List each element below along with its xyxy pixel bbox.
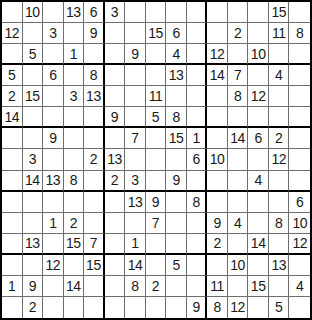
cell-r6c6[interactable]: 9 (105, 107, 126, 128)
cell-r7c7[interactable]: 7 (125, 128, 146, 149)
cell-r4c10[interactable] (187, 65, 208, 86)
cell-r6c4[interactable] (64, 107, 85, 128)
cell-r1c11[interactable] (207, 2, 228, 23)
cell-r10c4[interactable] (64, 192, 85, 213)
cell-r6c7[interactable] (125, 107, 146, 128)
cell-r1c1[interactable] (2, 2, 23, 23)
cell-r8c15[interactable] (289, 149, 310, 170)
cell-r1c6[interactable]: 3 (105, 2, 126, 23)
cell-r8c9[interactable] (166, 149, 187, 170)
cell-r9c3[interactable]: 13 (43, 171, 64, 192)
cell-r7c15[interactable] (289, 128, 310, 149)
cell-r6c11[interactable] (207, 107, 228, 128)
cell-r3c3[interactable] (43, 44, 64, 65)
cell-r5c15[interactable] (289, 86, 310, 107)
cell-r13c4[interactable] (64, 255, 85, 276)
cell-r10c8[interactable]: 9 (146, 192, 167, 213)
cell-r10c13[interactable] (248, 192, 269, 213)
cell-r9c10[interactable] (187, 171, 208, 192)
cell-r4c11[interactable]: 14 (207, 65, 228, 86)
cell-r1c5[interactable]: 6 (84, 2, 105, 23)
cell-r9c8[interactable] (146, 171, 167, 192)
cell-r12c9[interactable] (166, 234, 187, 255)
cell-r4c5[interactable]: 8 (84, 65, 105, 86)
cell-r11c7[interactable] (125, 213, 146, 234)
cell-r15c14[interactable]: 5 (269, 297, 290, 318)
cell-r3c6[interactable] (105, 44, 126, 65)
cell-r2c15[interactable]: 8 (289, 23, 310, 44)
cell-r2c14[interactable]: 11 (269, 23, 290, 44)
cell-r6c2[interactable] (23, 107, 44, 128)
cell-r9c9[interactable]: 9 (166, 171, 187, 192)
cell-r14c2[interactable]: 9 (23, 276, 44, 297)
cell-r15c12[interactable]: 12 (228, 297, 249, 318)
cell-r14c11[interactable]: 11 (207, 276, 228, 297)
cell-r11c10[interactable] (187, 213, 208, 234)
cell-r10c11[interactable] (207, 192, 228, 213)
cell-r14c8[interactable]: 2 (146, 276, 167, 297)
cell-r12c12[interactable] (228, 234, 249, 255)
cell-r9c14[interactable] (269, 171, 290, 192)
cell-r15c4[interactable] (64, 297, 85, 318)
cell-r8c2[interactable]: 3 (23, 149, 44, 170)
cell-r15c9[interactable] (166, 297, 187, 318)
cell-r13c7[interactable]: 14 (125, 255, 146, 276)
cell-r11c9[interactable] (166, 213, 187, 234)
cell-r4c6[interactable] (105, 65, 126, 86)
cell-r2c7[interactable] (125, 23, 146, 44)
cell-r7c1[interactable] (2, 128, 23, 149)
cell-r9c2[interactable]: 14 (23, 171, 44, 192)
cell-r4c14[interactable]: 4 (269, 65, 290, 86)
cell-r8c4[interactable] (64, 149, 85, 170)
cell-r9c1[interactable] (2, 171, 23, 192)
cell-r7c13[interactable]: 6 (248, 128, 269, 149)
cell-r3c14[interactable] (269, 44, 290, 65)
cell-r6c15[interactable] (289, 107, 310, 128)
cell-r2c9[interactable]: 6 (166, 23, 187, 44)
cell-r4c7[interactable] (125, 65, 146, 86)
cell-r12c7[interactable]: 1 (125, 234, 146, 255)
cell-r15c1[interactable] (2, 297, 23, 318)
cell-r12c1[interactable] (2, 234, 23, 255)
cell-r15c8[interactable] (146, 297, 167, 318)
cell-r15c2[interactable]: 2 (23, 297, 44, 318)
cell-r10c14[interactable] (269, 192, 290, 213)
cell-r6c10[interactable] (187, 107, 208, 128)
cell-r11c1[interactable] (2, 213, 23, 234)
cell-r5c3[interactable] (43, 86, 64, 107)
cell-r2c6[interactable] (105, 23, 126, 44)
cell-r15c3[interactable] (43, 297, 64, 318)
cell-r3c1[interactable] (2, 44, 23, 65)
cell-r12c11[interactable]: 2 (207, 234, 228, 255)
cell-r14c9[interactable] (166, 276, 187, 297)
cell-r9c7[interactable]: 3 (125, 171, 146, 192)
cell-r3c12[interactable] (228, 44, 249, 65)
cell-r10c12[interactable] (228, 192, 249, 213)
cell-r14c7[interactable]: 8 (125, 276, 146, 297)
cell-r3c11[interactable]: 12 (207, 44, 228, 65)
cell-r10c9[interactable] (166, 192, 187, 213)
cell-r7c12[interactable]: 14 (228, 128, 249, 149)
cell-r10c2[interactable] (23, 192, 44, 213)
cell-r5c13[interactable]: 12 (248, 86, 269, 107)
cell-r4c3[interactable]: 6 (43, 65, 64, 86)
cell-r3c2[interactable]: 5 (23, 44, 44, 65)
cell-r12c3[interactable] (43, 234, 64, 255)
cell-r11c5[interactable] (84, 213, 105, 234)
cell-r8c5[interactable]: 2 (84, 149, 105, 170)
page-background: 1013631512391562118519412105681314742153… (0, 0, 312, 320)
cell-r11c13[interactable] (248, 213, 269, 234)
cell-r8c7[interactable] (125, 149, 146, 170)
cell-r13c11[interactable] (207, 255, 228, 276)
cell-r5c11[interactable] (207, 86, 228, 107)
cell-r1c3[interactable] (43, 2, 64, 23)
cell-r14c14[interactable] (269, 276, 290, 297)
cell-r3c5[interactable] (84, 44, 105, 65)
cell-r12c2[interactable]: 13 (23, 234, 44, 255)
sudoku-board: 1013631512391562118519412105681314742153… (0, 0, 312, 320)
cell-r12c5[interactable]: 7 (84, 234, 105, 255)
cell-r12c4[interactable]: 15 (64, 234, 85, 255)
cell-r7c2[interactable] (23, 128, 44, 149)
cell-r9c4[interactable]: 8 (64, 171, 85, 192)
cell-r15c5[interactable] (84, 297, 105, 318)
cell-r8c1[interactable] (2, 149, 23, 170)
cell-r14c1[interactable]: 1 (2, 276, 23, 297)
cell-r6c3[interactable] (43, 107, 64, 128)
cell-r14c15[interactable]: 4 (289, 276, 310, 297)
cell-r1c7[interactable] (125, 2, 146, 23)
cell-r6c1[interactable]: 14 (2, 107, 23, 128)
cell-r7c3[interactable]: 9 (43, 128, 64, 149)
cell-r13c6[interactable] (105, 255, 126, 276)
cell-r2c1[interactable]: 12 (2, 23, 23, 44)
cell-r11c4[interactable]: 2 (64, 213, 85, 234)
cell-r1c10[interactable] (187, 2, 208, 23)
cell-r5c4[interactable]: 3 (64, 86, 85, 107)
cell-r14c5[interactable] (84, 276, 105, 297)
cell-r15c6[interactable] (105, 297, 126, 318)
cell-r7c10[interactable]: 1 (187, 128, 208, 149)
cell-r13c3[interactable]: 12 (43, 255, 64, 276)
cell-r8c12[interactable] (228, 149, 249, 170)
cell-r9c13[interactable]: 4 (248, 171, 269, 192)
cell-r5c10[interactable] (187, 86, 208, 107)
cell-r9c12[interactable] (228, 171, 249, 192)
cell-r2c10[interactable] (187, 23, 208, 44)
cell-r6c14[interactable] (269, 107, 290, 128)
cell-r4c9[interactable]: 13 (166, 65, 187, 86)
cell-r2c2[interactable] (23, 23, 44, 44)
cell-r4c1[interactable]: 5 (2, 65, 23, 86)
cell-r3c13[interactable]: 10 (248, 44, 269, 65)
cell-r4c4[interactable] (64, 65, 85, 86)
cell-r1c4[interactable]: 13 (64, 2, 85, 23)
cell-r13c2[interactable] (23, 255, 44, 276)
cell-r6c12[interactable] (228, 107, 249, 128)
cell-r2c5[interactable]: 9 (84, 23, 105, 44)
cell-r11c3[interactable]: 1 (43, 213, 64, 234)
cell-r10c15[interactable]: 6 (289, 192, 310, 213)
cell-r11c11[interactable]: 9 (207, 213, 228, 234)
cell-r1c14[interactable]: 15 (269, 2, 290, 23)
cell-r3c15[interactable] (289, 44, 310, 65)
cell-r13c15[interactable] (289, 255, 310, 276)
cell-r2c4[interactable] (64, 23, 85, 44)
cell-r5c12[interactable]: 8 (228, 86, 249, 107)
cell-r13c8[interactable] (146, 255, 167, 276)
cell-r1c15[interactable] (289, 2, 310, 23)
cell-r4c8[interactable] (146, 65, 167, 86)
cell-r12c13[interactable]: 14 (248, 234, 269, 255)
cell-r11c6[interactable] (105, 213, 126, 234)
cell-r14c6[interactable] (105, 276, 126, 297)
cell-r1c8[interactable] (146, 2, 167, 23)
cell-r12c10[interactable] (187, 234, 208, 255)
cell-r2c11[interactable] (207, 23, 228, 44)
cell-r8c3[interactable] (43, 149, 64, 170)
cell-r9c5[interactable] (84, 171, 105, 192)
cell-r10c3[interactable] (43, 192, 64, 213)
cell-r13c5[interactable]: 15 (84, 255, 105, 276)
cell-r13c1[interactable] (2, 255, 23, 276)
cell-r8c13[interactable] (248, 149, 269, 170)
cell-r3c9[interactable]: 4 (166, 44, 187, 65)
cell-r12c15[interactable]: 12 (289, 234, 310, 255)
cell-r13c12[interactable]: 10 (228, 255, 249, 276)
cell-r14c10[interactable] (187, 276, 208, 297)
cell-r13c13[interactable] (248, 255, 269, 276)
cell-r8c10[interactable]: 6 (187, 149, 208, 170)
cell-r9c11[interactable] (207, 171, 228, 192)
cell-r10c10[interactable]: 8 (187, 192, 208, 213)
cell-r11c15[interactable]: 10 (289, 213, 310, 234)
cell-r8c14[interactable]: 12 (269, 149, 290, 170)
cell-r1c12[interactable] (228, 2, 249, 23)
cell-r7c5[interactable] (84, 128, 105, 149)
cell-r12c8[interactable] (146, 234, 167, 255)
cell-r15c10[interactable]: 9 (187, 297, 208, 318)
cell-r5c14[interactable] (269, 86, 290, 107)
cell-r5c1[interactable]: 2 (2, 86, 23, 107)
cell-r6c9[interactable]: 8 (166, 107, 187, 128)
cell-r12c14[interactable] (269, 234, 290, 255)
cell-r1c13[interactable] (248, 2, 269, 23)
cell-r7c14[interactable]: 2 (269, 128, 290, 149)
cell-r15c7[interactable] (125, 297, 146, 318)
cell-r7c11[interactable] (207, 128, 228, 149)
cell-r4c15[interactable] (289, 65, 310, 86)
cell-r6c13[interactable] (248, 107, 269, 128)
cell-r8c8[interactable] (146, 149, 167, 170)
cell-r3c4[interactable]: 1 (64, 44, 85, 65)
cell-r2c12[interactable]: 2 (228, 23, 249, 44)
cell-r13c14[interactable]: 13 (269, 255, 290, 276)
cell-r10c5[interactable] (84, 192, 105, 213)
cell-r14c12[interactable] (228, 276, 249, 297)
cell-r10c1[interactable] (2, 192, 23, 213)
cell-r2c13[interactable] (248, 23, 269, 44)
cell-r6c8[interactable]: 5 (146, 107, 167, 128)
cell-r7c9[interactable]: 15 (166, 128, 187, 149)
cell-r2c3[interactable]: 3 (43, 23, 64, 44)
cell-r6c5[interactable] (84, 107, 105, 128)
cell-r3c10[interactable] (187, 44, 208, 65)
cell-r14c4[interactable]: 14 (64, 276, 85, 297)
cell-r4c12[interactable]: 7 (228, 65, 249, 86)
cell-r15c11[interactable]: 8 (207, 297, 228, 318)
cell-r8c6[interactable]: 13 (105, 149, 126, 170)
cell-r1c9[interactable] (166, 2, 187, 23)
cell-r9c6[interactable]: 2 (105, 171, 126, 192)
cell-r14c13[interactable]: 15 (248, 276, 269, 297)
cell-r11c12[interactable]: 4 (228, 213, 249, 234)
cell-r13c10[interactable] (187, 255, 208, 276)
cell-r1c2[interactable]: 10 (23, 2, 44, 23)
cell-r5c8[interactable]: 11 (146, 86, 167, 107)
cell-r7c8[interactable] (146, 128, 167, 149)
cell-r3c7[interactable]: 9 (125, 44, 146, 65)
cell-r5c9[interactable] (166, 86, 187, 107)
cell-r11c2[interactable] (23, 213, 44, 234)
cell-r4c2[interactable] (23, 65, 44, 86)
cell-r5c2[interactable]: 15 (23, 86, 44, 107)
cell-r8c11[interactable]: 10 (207, 149, 228, 170)
cell-r5c6[interactable] (105, 86, 126, 107)
cell-r14c3[interactable] (43, 276, 64, 297)
cell-r11c14[interactable]: 8 (269, 213, 290, 234)
cell-r10c7[interactable]: 13 (125, 192, 146, 213)
cell-r13c9[interactable]: 5 (166, 255, 187, 276)
cell-r2c8[interactable]: 15 (146, 23, 167, 44)
cell-r11c8[interactable]: 7 (146, 213, 167, 234)
cell-r12c6[interactable] (105, 234, 126, 255)
cell-r5c5[interactable]: 13 (84, 86, 105, 107)
cell-r10c6[interactable] (105, 192, 126, 213)
cell-r7c6[interactable] (105, 128, 126, 149)
cell-r4c13[interactable] (248, 65, 269, 86)
cell-r9c15[interactable] (289, 171, 310, 192)
cell-r3c8[interactable] (146, 44, 167, 65)
cell-r7c4[interactable] (64, 128, 85, 149)
cell-r15c15[interactable] (289, 297, 310, 318)
cell-r5c7[interactable] (125, 86, 146, 107)
cell-r15c13[interactable] (248, 297, 269, 318)
